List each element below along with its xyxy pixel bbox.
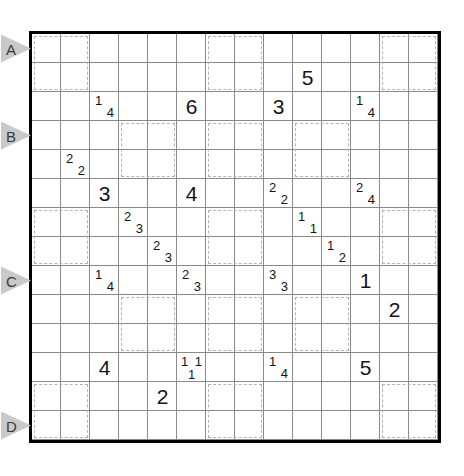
- clue-digit: 3: [136, 222, 143, 235]
- cell-r8c5[interactable]: 23: [148, 237, 177, 266]
- clue-digit: 3: [194, 280, 201, 293]
- cell-r2c6[interactable]: [177, 63, 206, 92]
- cell-r9c6[interactable]: 23: [177, 266, 206, 295]
- cell-r9c3[interactable]: 14: [90, 266, 119, 295]
- row-marker-B: B: [1, 122, 31, 150]
- cell-r8c8[interactable]: [235, 237, 264, 266]
- cell-r14c6[interactable]: [177, 411, 206, 440]
- cell-r9c14[interactable]: [409, 266, 438, 295]
- cell-r10c12[interactable]: [351, 295, 380, 324]
- cell-r14c11[interactable]: [322, 411, 351, 440]
- cell-r5c2[interactable]: 22: [61, 150, 90, 179]
- cell-r6c1[interactable]: [32, 179, 61, 208]
- cell-r6c10[interactable]: [293, 179, 322, 208]
- cell-r4c11[interactable]: [322, 121, 351, 150]
- clue-digit: 4: [368, 193, 375, 206]
- cell-r6c4[interactable]: [119, 179, 148, 208]
- cell-r7c10[interactable]: 11: [293, 208, 322, 237]
- cell-r6c5[interactable]: [148, 179, 177, 208]
- clue-digit: 1: [95, 94, 102, 107]
- cell-r2c7[interactable]: [206, 63, 235, 92]
- cell-r13c4[interactable]: [119, 382, 148, 411]
- cell-r3c14[interactable]: [409, 92, 438, 121]
- cell-r3c12[interactable]: 14: [351, 92, 380, 121]
- clue-digit: 3: [269, 268, 276, 281]
- cell-r5c11[interactable]: [322, 150, 351, 179]
- cell-r7c5[interactable]: [148, 208, 177, 237]
- cell-r12c8[interactable]: [235, 353, 264, 382]
- row-marker-A: A: [1, 35, 31, 63]
- cell-r6c2[interactable]: [61, 179, 90, 208]
- clue-digit: 4: [281, 367, 288, 380]
- clue-digit: 2: [339, 251, 346, 264]
- cell-r14c9[interactable]: [264, 411, 293, 440]
- cell-r8c11[interactable]: 12: [322, 237, 351, 266]
- cell-r7c6[interactable]: [177, 208, 206, 237]
- cell-r10c2[interactable]: [61, 295, 90, 324]
- cell-r1c1[interactable]: [32, 34, 61, 63]
- cell-r5c5[interactable]: [148, 150, 177, 179]
- cell-r12c9[interactable]: 14: [264, 353, 293, 382]
- clue-digit: 1: [95, 268, 102, 281]
- cell-r2c2[interactable]: [61, 63, 90, 92]
- cell-r9c8[interactable]: [235, 266, 264, 295]
- cell-r12c12[interactable]: 5: [351, 353, 380, 382]
- cell-r11c14[interactable]: [409, 324, 438, 353]
- cell-r9c4[interactable]: [119, 266, 148, 295]
- cell-r12c6[interactable]: 111: [177, 353, 206, 382]
- cell-r3c11[interactable]: [322, 92, 351, 121]
- puzzle-page: 514631422342224231123121423331241111452 …: [0, 0, 464, 476]
- cell-r7c14[interactable]: [409, 208, 438, 237]
- cell-r12c1[interactable]: [32, 353, 61, 382]
- cell-r3c6[interactable]: 6: [177, 92, 206, 121]
- cell-r2c10[interactable]: 5: [293, 63, 322, 92]
- cell-r7c8[interactable]: [235, 208, 264, 237]
- cell-r11c7[interactable]: [206, 324, 235, 353]
- cell-r1c9[interactable]: [264, 34, 293, 63]
- marker-letter: C: [6, 273, 17, 288]
- clue-number: 5: [351, 353, 380, 382]
- cell-r1c13[interactable]: [380, 34, 409, 63]
- cell-r5c12[interactable]: [351, 150, 380, 179]
- cell-r11c8[interactable]: [235, 324, 264, 353]
- cell-r14c14[interactable]: [409, 411, 438, 440]
- cell-r12c7[interactable]: [206, 353, 235, 382]
- cell-r7c3[interactable]: [90, 208, 119, 237]
- cell-r9c7[interactable]: [206, 266, 235, 295]
- cell-r6c8[interactable]: [235, 179, 264, 208]
- cell-r10c14[interactable]: [409, 295, 438, 324]
- clue-digit: 2: [153, 239, 160, 252]
- cell-r10c3[interactable]: [90, 295, 119, 324]
- cell-r6c11[interactable]: [322, 179, 351, 208]
- cell-r4c7[interactable]: [206, 121, 235, 150]
- cell-r5c13[interactable]: [380, 150, 409, 179]
- cell-r4c3[interactable]: [90, 121, 119, 150]
- cell-r2c11[interactable]: [322, 63, 351, 92]
- clue-digit: 4: [107, 280, 114, 293]
- cell-r2c13[interactable]: [380, 63, 409, 92]
- cell-r9c1[interactable]: [32, 266, 61, 295]
- cell-r11c1[interactable]: [32, 324, 61, 353]
- cell-r8c10[interactable]: [293, 237, 322, 266]
- cell-r4c9[interactable]: [264, 121, 293, 150]
- cell-r1c6[interactable]: [177, 34, 206, 63]
- cell-r8c3[interactable]: [90, 237, 119, 266]
- cell-r14c12[interactable]: [351, 411, 380, 440]
- cell-r8c6[interactable]: [177, 237, 206, 266]
- cell-r4c2[interactable]: [61, 121, 90, 150]
- cell-r6c9[interactable]: 22: [264, 179, 293, 208]
- cell-r11c2[interactable]: [61, 324, 90, 353]
- cell-r1c12[interactable]: [351, 34, 380, 63]
- clue-number: 3: [90, 179, 119, 208]
- cell-r10c13[interactable]: 2: [380, 295, 409, 324]
- cell-r4c13[interactable]: [380, 121, 409, 150]
- cell-r14c7[interactable]: [206, 411, 235, 440]
- cell-r8c4[interactable]: [119, 237, 148, 266]
- cell-r3c4[interactable]: [119, 92, 148, 121]
- cell-r1c3[interactable]: [90, 34, 119, 63]
- clue-digit: 2: [66, 152, 73, 165]
- cell-r13c1[interactable]: [32, 382, 61, 411]
- cell-r3c2[interactable]: [61, 92, 90, 121]
- cell-r8c1[interactable]: [32, 237, 61, 266]
- clue-digit: 3: [281, 280, 288, 293]
- cell-r4c10[interactable]: [293, 121, 322, 150]
- cell-r4c14[interactable]: [409, 121, 438, 150]
- cell-r6c14[interactable]: [409, 179, 438, 208]
- cell-r9c11[interactable]: [322, 266, 351, 295]
- tapa-board: 514631422342224231123121423331241111452: [29, 31, 441, 443]
- cell-r8c12[interactable]: [351, 237, 380, 266]
- cell-r6c7[interactable]: [206, 179, 235, 208]
- cell-r4c5[interactable]: [148, 121, 177, 150]
- cell-r9c13[interactable]: [380, 266, 409, 295]
- cell-r4c8[interactable]: [235, 121, 264, 150]
- marker-letter: B: [6, 128, 16, 143]
- cell-r1c10[interactable]: [293, 34, 322, 63]
- cell-r10c9[interactable]: [264, 295, 293, 324]
- cell-r2c5[interactable]: [148, 63, 177, 92]
- cell-r5c1[interactable]: [32, 150, 61, 179]
- clue-digit: 1: [327, 239, 334, 252]
- clue-number: 6: [177, 92, 206, 121]
- cell-r10c4[interactable]: [119, 295, 148, 324]
- cell-r13c13[interactable]: [380, 382, 409, 411]
- clue-digit: 1: [298, 210, 305, 223]
- cell-r2c12[interactable]: [351, 63, 380, 92]
- cell-r6c12[interactable]: 24: [351, 179, 380, 208]
- cell-r12c4[interactable]: [119, 353, 148, 382]
- clue-digit: 2: [182, 268, 189, 281]
- cell-r14c2[interactable]: [61, 411, 90, 440]
- cell-r9c10[interactable]: [293, 266, 322, 295]
- cell-r12c2[interactable]: [61, 353, 90, 382]
- cell-r11c4[interactable]: [119, 324, 148, 353]
- clue-digit: 2: [124, 210, 131, 223]
- cell-r5c7[interactable]: [206, 150, 235, 179]
- cell-r2c8[interactable]: [235, 63, 264, 92]
- clue-digit: 1: [188, 368, 195, 381]
- cell-r1c7[interactable]: [206, 34, 235, 63]
- cell-r10c10[interactable]: [293, 295, 322, 324]
- cell-r13c7[interactable]: [206, 382, 235, 411]
- cell-r13c10[interactable]: [293, 382, 322, 411]
- clue-digit: 4: [107, 106, 114, 119]
- clue-digit: 2: [356, 181, 363, 194]
- cell-r8c2[interactable]: [61, 237, 90, 266]
- cell-r1c11[interactable]: [322, 34, 351, 63]
- cell-r12c3[interactable]: 4: [90, 353, 119, 382]
- cell-r5c3[interactable]: [90, 150, 119, 179]
- cell-r1c5[interactable]: [148, 34, 177, 63]
- clue-digit: 1: [195, 355, 202, 368]
- cell-r9c5[interactable]: [148, 266, 177, 295]
- cell-r3c13[interactable]: [380, 92, 409, 121]
- cell-r11c5[interactable]: [148, 324, 177, 353]
- clue-digit: 2: [78, 164, 85, 177]
- cell-r7c12[interactable]: [351, 208, 380, 237]
- cell-r7c4[interactable]: 23: [119, 208, 148, 237]
- marker-letter: A: [6, 41, 16, 56]
- cell-r14c13[interactable]: [380, 411, 409, 440]
- cell-r4c1[interactable]: [32, 121, 61, 150]
- clue-digit: 3: [165, 251, 172, 264]
- cell-r13c3[interactable]: [90, 382, 119, 411]
- cell-r11c11[interactable]: [322, 324, 351, 353]
- clue-number: 4: [177, 179, 206, 208]
- cell-r14c1[interactable]: [32, 411, 61, 440]
- cell-r11c6[interactable]: [177, 324, 206, 353]
- row-marker-D: D: [1, 412, 31, 440]
- cell-r14c5[interactable]: [148, 411, 177, 440]
- cell-r1c8[interactable]: [235, 34, 264, 63]
- clue-number: 2: [380, 295, 409, 324]
- cell-r1c14[interactable]: [409, 34, 438, 63]
- cell-r4c6[interactable]: [177, 121, 206, 150]
- clue-digit: 4: [368, 106, 375, 119]
- clue-number: 3: [264, 92, 293, 121]
- cell-r13c5[interactable]: 2: [148, 382, 177, 411]
- cell-r5c4[interactable]: [119, 150, 148, 179]
- cell-r9c2[interactable]: [61, 266, 90, 295]
- cell-r4c12[interactable]: [351, 121, 380, 150]
- clue-digit: 1: [310, 222, 317, 235]
- marker-letter: D: [6, 418, 17, 433]
- cell-r12c10[interactable]: [293, 353, 322, 382]
- cell-r8c9[interactable]: [264, 237, 293, 266]
- cell-r7c13[interactable]: [380, 208, 409, 237]
- cell-r14c4[interactable]: [119, 411, 148, 440]
- cell-r7c1[interactable]: [32, 208, 61, 237]
- cell-r9c12[interactable]: 1: [351, 266, 380, 295]
- cell-r10c8[interactable]: [235, 295, 264, 324]
- cell-r3c9[interactable]: 3: [264, 92, 293, 121]
- cell-r3c5[interactable]: [148, 92, 177, 121]
- cell-r9c9[interactable]: 33: [264, 266, 293, 295]
- clue-number: 1: [351, 266, 380, 295]
- cell-r7c7[interactable]: [206, 208, 235, 237]
- cell-r5c8[interactable]: [235, 150, 264, 179]
- cell-r10c1[interactable]: [32, 295, 61, 324]
- cell-r11c13[interactable]: [380, 324, 409, 353]
- cell-r13c14[interactable]: [409, 382, 438, 411]
- clue-digit: 1: [356, 94, 363, 107]
- cell-r2c14[interactable]: [409, 63, 438, 92]
- cell-r3c1[interactable]: [32, 92, 61, 121]
- cell-r13c11[interactable]: [322, 382, 351, 411]
- cell-r10c7[interactable]: [206, 295, 235, 324]
- clue-number: 4: [90, 353, 119, 382]
- cell-r13c6[interactable]: [177, 382, 206, 411]
- cell-r2c1[interactable]: [32, 63, 61, 92]
- cell-r14c8[interactable]: [235, 411, 264, 440]
- cell-r11c9[interactable]: [264, 324, 293, 353]
- cell-r7c2[interactable]: [61, 208, 90, 237]
- clue-digit: 1: [269, 355, 276, 368]
- cell-r12c5[interactable]: [148, 353, 177, 382]
- clue-digit: 2: [281, 193, 288, 206]
- cell-r5c6[interactable]: [177, 150, 206, 179]
- cell-r3c3[interactable]: 14: [90, 92, 119, 121]
- cell-r1c4[interactable]: [119, 34, 148, 63]
- cell-r1c2[interactable]: [61, 34, 90, 63]
- cell-r7c9[interactable]: [264, 208, 293, 237]
- cell-r12c13[interactable]: [380, 353, 409, 382]
- cell-r5c14[interactable]: [409, 150, 438, 179]
- cell-r10c11[interactable]: [322, 295, 351, 324]
- cell-r13c9[interactable]: [264, 382, 293, 411]
- cell-r4c4[interactable]: [119, 121, 148, 150]
- cell-r5c9[interactable]: [264, 150, 293, 179]
- cell-r10c5[interactable]: [148, 295, 177, 324]
- cell-r14c10[interactable]: [293, 411, 322, 440]
- clue-digit: 2: [269, 181, 276, 194]
- cell-r5c10[interactable]: [293, 150, 322, 179]
- cell-r10c6[interactable]: [177, 295, 206, 324]
- cell-r2c3[interactable]: [90, 63, 119, 92]
- cell-r8c13[interactable]: [380, 237, 409, 266]
- cell-r12c14[interactable]: [409, 353, 438, 382]
- cell-r2c9[interactable]: [264, 63, 293, 92]
- cell-r11c3[interactable]: [90, 324, 119, 353]
- cell-r3c10[interactable]: [293, 92, 322, 121]
- row-marker-C: C: [1, 267, 31, 295]
- cell-r6c3[interactable]: 3: [90, 179, 119, 208]
- clue-number: 5: [293, 63, 322, 92]
- cell-r6c6[interactable]: 4: [177, 179, 206, 208]
- cell-r6c13[interactable]: [380, 179, 409, 208]
- cell-r12c11[interactable]: [322, 353, 351, 382]
- cell-r3c8[interactable]: [235, 92, 264, 121]
- cell-r11c12[interactable]: [351, 324, 380, 353]
- cell-r3c7[interactable]: [206, 92, 235, 121]
- cell-r13c2[interactable]: [61, 382, 90, 411]
- cell-r11c10[interactable]: [293, 324, 322, 353]
- cell-r8c7[interactable]: [206, 237, 235, 266]
- cell-r14c3[interactable]: [90, 411, 119, 440]
- cell-r2c4[interactable]: [119, 63, 148, 92]
- cell-r7c11[interactable]: [322, 208, 351, 237]
- cell-r8c14[interactable]: [409, 237, 438, 266]
- clue-number: 2: [148, 382, 177, 411]
- cell-r13c8[interactable]: [235, 382, 264, 411]
- cell-r13c12[interactable]: [351, 382, 380, 411]
